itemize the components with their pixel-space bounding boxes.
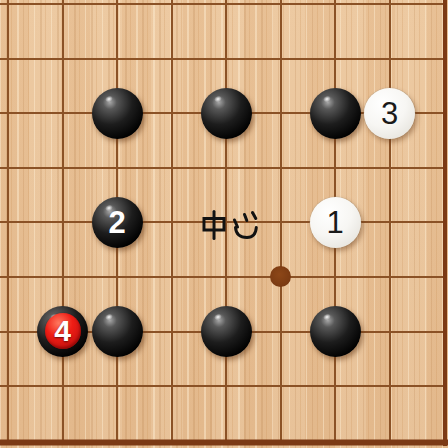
intersection[interactable] xyxy=(0,249,35,304)
intersection[interactable]: 4 xyxy=(35,304,90,359)
intersection[interactable] xyxy=(144,31,199,86)
intersection[interactable] xyxy=(199,140,254,195)
intersection[interactable] xyxy=(253,0,308,31)
intersection[interactable] xyxy=(199,249,254,304)
go-board-screen: 3214 xyxy=(0,0,448,448)
stone-black-2: 2 xyxy=(92,197,143,248)
intersection[interactable] xyxy=(417,249,448,304)
center-label-text xyxy=(202,210,258,240)
intersection[interactable] xyxy=(35,249,90,304)
intersection[interactable] xyxy=(253,31,308,86)
intersection[interactable] xyxy=(0,0,35,31)
intersection[interactable] xyxy=(0,140,35,195)
intersection[interactable] xyxy=(90,140,145,195)
intersection[interactable] xyxy=(362,195,417,250)
intersection[interactable] xyxy=(90,31,145,86)
intersection[interactable] xyxy=(35,195,90,250)
intersection[interactable] xyxy=(0,31,35,86)
intersection[interactable] xyxy=(90,358,145,413)
stone-black xyxy=(92,306,143,357)
intersection[interactable]: 2 xyxy=(90,195,145,250)
intersection[interactable] xyxy=(199,413,254,448)
move-number: 2 xyxy=(108,207,125,238)
intersection[interactable] xyxy=(35,413,90,448)
stone-white-1: 1 xyxy=(310,197,361,248)
intersection[interactable] xyxy=(253,195,308,250)
intersection[interactable] xyxy=(253,249,308,304)
intersection[interactable] xyxy=(253,304,308,359)
intersection[interactable] xyxy=(417,140,448,195)
intersection[interactable] xyxy=(90,413,145,448)
intersection[interactable] xyxy=(35,0,90,31)
intersection[interactable] xyxy=(144,86,199,141)
intersection[interactable] xyxy=(253,413,308,448)
intersection[interactable] xyxy=(0,195,35,250)
intersection[interactable] xyxy=(253,86,308,141)
intersection[interactable] xyxy=(362,413,417,448)
intersection[interactable] xyxy=(417,31,448,86)
stone-black xyxy=(310,306,361,357)
move-number: 3 xyxy=(381,98,398,129)
intersection[interactable] xyxy=(144,140,199,195)
intersection[interactable] xyxy=(35,86,90,141)
intersection[interactable] xyxy=(362,304,417,359)
intersection[interactable] xyxy=(308,140,363,195)
stone-white-3: 3 xyxy=(364,88,415,139)
intersection[interactable] xyxy=(144,358,199,413)
intersection[interactable] xyxy=(362,140,417,195)
intersection[interactable]: 1 xyxy=(308,195,363,250)
intersection[interactable] xyxy=(0,304,35,359)
intersection[interactable] xyxy=(90,249,145,304)
move-number: 4 xyxy=(54,316,71,346)
stone-black xyxy=(92,88,143,139)
intersection[interactable] xyxy=(0,413,35,448)
intersection[interactable] xyxy=(199,86,254,141)
intersection[interactable] xyxy=(362,31,417,86)
intersection[interactable] xyxy=(253,140,308,195)
intersection[interactable] xyxy=(144,413,199,448)
intersection[interactable] xyxy=(308,413,363,448)
intersection[interactable] xyxy=(0,358,35,413)
stone-black xyxy=(201,306,252,357)
intersection[interactable] xyxy=(308,249,363,304)
intersection[interactable] xyxy=(144,195,199,250)
intersection[interactable] xyxy=(0,86,35,141)
move-number: 1 xyxy=(326,207,343,238)
intersection[interactable] xyxy=(362,0,417,31)
stone-black xyxy=(310,88,361,139)
intersection[interactable] xyxy=(417,358,448,413)
intersection[interactable] xyxy=(35,358,90,413)
intersection[interactable] xyxy=(417,413,448,448)
intersection[interactable] xyxy=(308,358,363,413)
intersection[interactable] xyxy=(199,304,254,359)
stone-black-4: 4 xyxy=(37,306,88,357)
intersection[interactable] xyxy=(417,86,448,141)
intersection[interactable] xyxy=(417,0,448,31)
intersection[interactable] xyxy=(90,0,145,31)
intersection[interactable] xyxy=(308,86,363,141)
intersection[interactable] xyxy=(90,86,145,141)
last-move-red-marker: 4 xyxy=(45,313,81,349)
intersection[interactable] xyxy=(199,358,254,413)
intersection[interactable] xyxy=(417,195,448,250)
intersection[interactable] xyxy=(144,304,199,359)
star-point xyxy=(270,266,291,287)
intersection[interactable]: 3 xyxy=(362,86,417,141)
intersection[interactable] xyxy=(35,31,90,86)
intersection[interactable] xyxy=(144,249,199,304)
intersection[interactable] xyxy=(362,358,417,413)
intersection[interactable] xyxy=(90,304,145,359)
intersection[interactable] xyxy=(308,31,363,86)
intersection[interactable] xyxy=(35,140,90,195)
intersection[interactable] xyxy=(253,358,308,413)
intersection[interactable] xyxy=(308,304,363,359)
intersection[interactable] xyxy=(308,0,363,31)
intersection[interactable] xyxy=(199,31,254,86)
intersection[interactable] xyxy=(199,0,254,31)
intersection[interactable] xyxy=(362,249,417,304)
intersection[interactable] xyxy=(417,304,448,359)
intersection[interactable] xyxy=(144,0,199,31)
stone-black xyxy=(201,88,252,139)
